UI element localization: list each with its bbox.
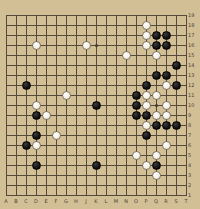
go-board[interactable]: 19181716151413121110987654321 ABCDEFGHJK… <box>0 0 200 209</box>
white-stone <box>142 21 151 30</box>
white-stone <box>122 51 131 60</box>
black-stone <box>92 161 101 170</box>
white-stone <box>162 111 171 120</box>
white-stone <box>142 91 151 100</box>
white-stone <box>82 41 91 50</box>
column-label: M <box>112 198 121 204</box>
row-label: 9 <box>188 112 199 118</box>
column-label: R <box>162 198 171 204</box>
black-stone <box>152 41 161 50</box>
column-label: J <box>82 198 91 204</box>
column-label: C <box>22 198 31 204</box>
white-stone <box>62 91 71 100</box>
row-label: 2 <box>188 182 199 188</box>
white-stone <box>152 151 161 160</box>
white-stone <box>152 51 161 60</box>
row-label: 4 <box>188 162 199 168</box>
column-label: Q <box>152 198 161 204</box>
column-label: N <box>122 198 131 204</box>
black-stone <box>172 81 181 90</box>
row-label: 18 <box>188 22 199 28</box>
white-stone <box>152 171 161 180</box>
black-stone <box>152 71 161 80</box>
column-label: G <box>62 198 71 204</box>
row-label: 15 <box>188 52 199 58</box>
column-label: F <box>52 198 61 204</box>
star-point <box>155 104 158 107</box>
row-label: 11 <box>188 92 199 98</box>
white-stone <box>32 41 41 50</box>
black-stone <box>92 101 101 110</box>
white-stone <box>142 31 151 40</box>
white-stone <box>162 101 171 110</box>
black-stone <box>22 81 31 90</box>
row-label: 8 <box>188 122 199 128</box>
column-label: B <box>12 198 21 204</box>
white-stone <box>32 141 41 150</box>
black-stone <box>142 131 151 140</box>
white-stone <box>32 101 41 110</box>
black-stone <box>172 121 181 130</box>
white-stone <box>132 151 141 160</box>
column-label: D <box>32 198 41 204</box>
row-label: 14 <box>188 62 199 68</box>
white-stone <box>142 101 151 110</box>
white-stone <box>142 161 151 170</box>
white-stone <box>142 41 151 50</box>
row-label: 7 <box>188 132 199 138</box>
column-label: L <box>102 198 111 204</box>
black-stone <box>32 131 41 140</box>
star-point <box>95 44 98 47</box>
white-stone <box>152 111 161 120</box>
black-stone <box>162 31 171 40</box>
column-label: A <box>2 198 11 204</box>
row-label: 17 <box>188 32 199 38</box>
column-label: O <box>132 198 141 204</box>
black-stone <box>22 141 31 150</box>
row-label: 13 <box>188 72 199 78</box>
row-label: 10 <box>188 102 199 108</box>
black-stone <box>172 61 181 70</box>
black-stone <box>162 121 171 130</box>
column-label: E <box>42 198 51 204</box>
row-label: 3 <box>188 172 199 178</box>
black-stone <box>32 161 41 170</box>
black-stone <box>152 121 161 130</box>
black-stone <box>132 111 141 120</box>
black-stone <box>162 41 171 50</box>
column-label: K <box>92 198 101 204</box>
row-label: 19 <box>188 12 199 18</box>
black-stone <box>162 71 171 80</box>
white-stone <box>52 131 61 140</box>
column-label: P <box>142 198 151 204</box>
white-stone <box>162 141 171 150</box>
row-label: 12 <box>188 82 199 88</box>
row-label: 5 <box>188 152 199 158</box>
black-stone <box>32 111 41 120</box>
black-stone <box>132 91 141 100</box>
black-stone <box>152 31 161 40</box>
column-label: H <box>72 198 81 204</box>
white-stone <box>142 121 151 130</box>
black-stone <box>132 101 141 110</box>
white-stone <box>152 91 161 100</box>
white-stone <box>162 81 171 90</box>
row-label: 16 <box>188 42 199 48</box>
column-label: T <box>182 198 191 204</box>
column-label: S <box>172 198 181 204</box>
row-label: 6 <box>188 142 199 148</box>
black-stone <box>142 81 151 90</box>
black-stone <box>152 161 161 170</box>
white-stone <box>42 111 51 120</box>
black-stone <box>142 111 151 120</box>
